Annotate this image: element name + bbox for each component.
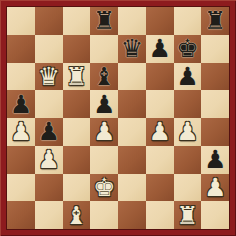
piece-white-pawn[interactable]: ♟	[176, 118, 198, 145]
square-h3[interactable]: ♟	[201, 146, 229, 174]
square-g6[interactable]: ♟	[174, 63, 202, 91]
square-e3[interactable]	[118, 146, 146, 174]
square-f6[interactable]	[146, 63, 174, 91]
square-d2[interactable]: ♚	[90, 174, 118, 202]
piece-white-pawn[interactable]: ♟	[37, 146, 59, 173]
square-b8[interactable]	[35, 7, 63, 35]
square-h5[interactable]	[201, 90, 229, 118]
square-e4[interactable]	[118, 118, 146, 146]
square-d3[interactable]	[90, 146, 118, 174]
piece-white-pawn[interactable]: ♟	[10, 118, 32, 145]
piece-white-king[interactable]: ♚	[93, 174, 115, 201]
piece-white-pawn[interactable]: ♟	[204, 174, 226, 201]
square-d4[interactable]: ♟	[90, 118, 118, 146]
square-h8[interactable]: ♜	[201, 7, 229, 35]
piece-black-rook[interactable]: ♜	[204, 7, 226, 34]
square-h4[interactable]	[201, 118, 229, 146]
square-d1[interactable]	[90, 201, 118, 229]
square-d7[interactable]	[90, 35, 118, 63]
piece-black-pawn[interactable]: ♟	[37, 118, 59, 145]
square-f7[interactable]: ♟	[146, 35, 174, 63]
square-g2[interactable]	[174, 174, 202, 202]
piece-black-queen[interactable]: ♛	[121, 35, 143, 62]
square-b5[interactable]	[35, 90, 63, 118]
board-frame: ♜♜♛♟♚♛♜♝♟♟♟♟♟♟♟♟♟♟♚♟♝♜	[0, 0, 236, 236]
square-a6[interactable]	[7, 63, 35, 91]
square-c6[interactable]: ♜	[63, 63, 91, 91]
piece-black-rook[interactable]: ♜	[93, 7, 115, 34]
square-e6[interactable]	[118, 63, 146, 91]
piece-white-queen[interactable]: ♛	[37, 63, 59, 90]
piece-black-pawn[interactable]: ♟	[176, 63, 198, 90]
square-h7[interactable]	[201, 35, 229, 63]
piece-white-rook[interactable]: ♜	[65, 63, 87, 90]
square-g7[interactable]: ♚	[174, 35, 202, 63]
square-a2[interactable]	[7, 174, 35, 202]
square-e2[interactable]	[118, 174, 146, 202]
square-c7[interactable]	[63, 35, 91, 63]
square-d6[interactable]: ♝	[90, 63, 118, 91]
piece-black-pawn[interactable]: ♟	[93, 91, 115, 118]
square-g4[interactable]: ♟	[174, 118, 202, 146]
square-c4[interactable]	[63, 118, 91, 146]
piece-black-pawn[interactable]: ♟	[10, 91, 32, 118]
square-a5[interactable]: ♟	[7, 90, 35, 118]
square-h1[interactable]	[201, 201, 229, 229]
piece-white-pawn[interactable]: ♟	[93, 118, 115, 145]
piece-white-pawn[interactable]: ♟	[148, 118, 170, 145]
square-b6[interactable]: ♛	[35, 63, 63, 91]
square-g1[interactable]: ♜	[174, 201, 202, 229]
square-d8[interactable]: ♜	[90, 7, 118, 35]
square-a7[interactable]	[7, 35, 35, 63]
square-f1[interactable]	[146, 201, 174, 229]
square-e8[interactable]	[118, 7, 146, 35]
square-c1[interactable]: ♝	[63, 201, 91, 229]
piece-white-bishop[interactable]: ♝	[65, 202, 87, 229]
piece-black-pawn[interactable]: ♟	[204, 146, 226, 173]
square-e1[interactable]	[118, 201, 146, 229]
square-d5[interactable]: ♟	[90, 90, 118, 118]
square-b2[interactable]	[35, 174, 63, 202]
square-f4[interactable]: ♟	[146, 118, 174, 146]
square-c2[interactable]	[63, 174, 91, 202]
square-a8[interactable]	[7, 7, 35, 35]
square-h2[interactable]: ♟	[201, 174, 229, 202]
square-b4[interactable]: ♟	[35, 118, 63, 146]
square-g3[interactable]	[174, 146, 202, 174]
piece-black-king[interactable]: ♚	[176, 35, 198, 62]
square-a1[interactable]	[7, 201, 35, 229]
piece-black-bishop[interactable]: ♝	[93, 63, 115, 90]
piece-white-rook[interactable]: ♜	[176, 202, 198, 229]
square-c8[interactable]	[63, 7, 91, 35]
square-a3[interactable]	[7, 146, 35, 174]
square-f8[interactable]	[146, 7, 174, 35]
square-e5[interactable]	[118, 90, 146, 118]
square-h6[interactable]	[201, 63, 229, 91]
square-f5[interactable]	[146, 90, 174, 118]
square-g5[interactable]	[174, 90, 202, 118]
piece-black-pawn[interactable]: ♟	[148, 35, 170, 62]
chess-board: ♜♜♛♟♚♛♜♝♟♟♟♟♟♟♟♟♟♟♚♟♝♜	[7, 7, 229, 229]
square-b7[interactable]	[35, 35, 63, 63]
square-f3[interactable]	[146, 146, 174, 174]
square-e7[interactable]: ♛	[118, 35, 146, 63]
square-c3[interactable]	[63, 146, 91, 174]
square-b1[interactable]	[35, 201, 63, 229]
square-f2[interactable]	[146, 174, 174, 202]
square-c5[interactable]	[63, 90, 91, 118]
square-a4[interactable]: ♟	[7, 118, 35, 146]
square-b3[interactable]: ♟	[35, 146, 63, 174]
square-g8[interactable]	[174, 7, 202, 35]
